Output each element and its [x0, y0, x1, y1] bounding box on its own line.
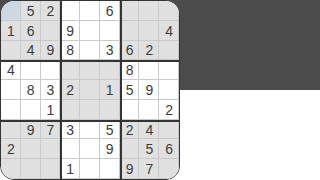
cell-r8c3[interactable]	[41, 139, 61, 159]
cell-r7c7[interactable]: 2	[120, 120, 140, 140]
cell-r7c3[interactable]: 7	[41, 120, 61, 140]
cell-r2c1[interactable]: 1	[1, 21, 21, 41]
cell-r7c9[interactable]	[159, 120, 179, 140]
cell-r3c2[interactable]: 4	[21, 41, 41, 61]
cell-r7c4[interactable]: 3	[60, 120, 80, 140]
cell-r6c9[interactable]: 2	[159, 100, 179, 120]
cell-r9c6[interactable]	[100, 159, 120, 179]
cell-r3c4[interactable]: 8	[60, 41, 80, 61]
cell-r2c8[interactable]	[139, 21, 159, 41]
cell-r8c9[interactable]: 6	[159, 139, 179, 159]
cell-r4c6[interactable]	[100, 60, 120, 80]
cell-r7c5[interactable]	[80, 120, 100, 140]
cell-r1c3[interactable]: 2	[41, 1, 61, 21]
cell-r3c7[interactable]: 6	[120, 41, 140, 61]
cell-r3c3[interactable]: 9	[41, 41, 61, 61]
cell-r9c9[interactable]	[159, 159, 179, 179]
cell-r6c3[interactable]: 1	[41, 100, 61, 120]
cell-r4c8[interactable]	[139, 60, 159, 80]
cell-r4c2[interactable]	[21, 60, 41, 80]
cell-r5c7[interactable]: 5	[120, 80, 140, 100]
cell-r5c3[interactable]: 3	[41, 80, 61, 100]
cell-r3c8[interactable]: 2	[139, 41, 159, 61]
cell-r3c1[interactable]	[1, 41, 21, 61]
cell-r6c8[interactable]	[139, 100, 159, 120]
cell-r6c2[interactable]	[21, 100, 41, 120]
cell-r6c4[interactable]	[60, 100, 80, 120]
cell-r1c4[interactable]	[60, 1, 80, 21]
cell-r9c7[interactable]: 9	[120, 159, 140, 179]
cell-r5c4[interactable]: 2	[60, 80, 80, 100]
cell-r5c8[interactable]: 9	[139, 80, 159, 100]
cell-r4c7[interactable]: 8	[120, 60, 140, 80]
cell-r2c4[interactable]: 9	[60, 21, 80, 41]
cell-r7c6[interactable]: 5	[100, 120, 120, 140]
cell-r6c7[interactable]	[120, 100, 140, 120]
cell-r8c1[interactable]: 2	[1, 139, 21, 159]
cell-r1c9[interactable]	[159, 1, 179, 21]
cell-r8c2[interactable]	[21, 139, 41, 159]
cell-r9c3[interactable]	[41, 159, 61, 179]
cell-r5c1[interactable]	[1, 80, 21, 100]
sudoku-board: 526169449836248832159129735242956197	[0, 0, 180, 180]
cell-r7c2[interactable]: 9	[21, 120, 41, 140]
cell-r2c6[interactable]	[100, 21, 120, 41]
cell-r2c2[interactable]: 6	[21, 21, 41, 41]
cell-r4c1[interactable]: 4	[1, 60, 21, 80]
cell-r6c5[interactable]	[80, 100, 100, 120]
cell-r8c8[interactable]: 5	[139, 139, 159, 159]
cell-r8c6[interactable]: 9	[100, 139, 120, 159]
cell-r5c6[interactable]: 1	[100, 80, 120, 100]
cell-r4c9[interactable]	[159, 60, 179, 80]
cell-r7c1[interactable]	[1, 120, 21, 140]
cell-r9c1[interactable]	[1, 159, 21, 179]
cell-r2c5[interactable]	[80, 21, 100, 41]
cell-r4c5[interactable]	[80, 60, 100, 80]
cell-r1c6[interactable]: 6	[100, 1, 120, 21]
cell-r4c4[interactable]	[60, 60, 80, 80]
cell-r9c4[interactable]: 1	[60, 159, 80, 179]
cell-r2c3[interactable]	[41, 21, 61, 41]
cell-r8c7[interactable]	[120, 139, 140, 159]
cell-r3c6[interactable]: 3	[100, 41, 120, 61]
sudoku-grid: 526169449836248832159129735242956197	[1, 1, 179, 179]
cell-r3c5[interactable]	[80, 41, 100, 61]
cell-r5c9[interactable]	[159, 80, 179, 100]
cell-r8c4[interactable]	[60, 139, 80, 159]
cell-r4c3[interactable]	[41, 60, 61, 80]
cell-r1c8[interactable]	[139, 1, 159, 21]
cell-r5c2[interactable]: 8	[21, 80, 41, 100]
cell-r9c8[interactable]: 7	[139, 159, 159, 179]
cell-r5c5[interactable]	[80, 80, 100, 100]
cell-r1c7[interactable]	[120, 1, 140, 21]
cell-r3c9[interactable]	[159, 41, 179, 61]
cell-r1c2[interactable]: 5	[21, 1, 41, 21]
cell-r6c6[interactable]	[100, 100, 120, 120]
cell-r6c1[interactable]	[1, 100, 21, 120]
cell-r1c5[interactable]	[80, 1, 100, 21]
cell-r2c7[interactable]	[120, 21, 140, 41]
cell-r2c9[interactable]: 4	[159, 21, 179, 41]
cell-r7c8[interactable]: 4	[139, 120, 159, 140]
cell-r8c5[interactable]	[80, 139, 100, 159]
cell-r9c5[interactable]	[80, 159, 100, 179]
cell-r9c2[interactable]	[21, 159, 41, 179]
cell-r1c1[interactable]	[1, 1, 21, 21]
